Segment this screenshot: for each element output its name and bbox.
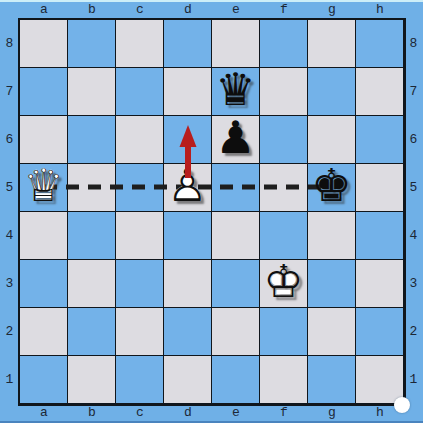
square-d7[interactable] xyxy=(164,68,212,116)
piece-black-queen[interactable]: ♛ xyxy=(212,68,259,115)
square-e4[interactable] xyxy=(212,212,260,260)
square-c1[interactable] xyxy=(116,356,164,404)
square-a4[interactable] xyxy=(20,212,68,260)
square-b6[interactable] xyxy=(68,116,116,164)
square-h1[interactable] xyxy=(356,356,404,404)
square-h8[interactable] xyxy=(356,20,404,68)
file-label-b: b xyxy=(68,405,116,421)
square-d1[interactable] xyxy=(164,356,212,404)
square-e5[interactable] xyxy=(212,164,260,212)
square-h4[interactable] xyxy=(356,212,404,260)
rank-label-6: 6 xyxy=(2,116,17,164)
square-a6[interactable] xyxy=(20,116,68,164)
square-b8[interactable] xyxy=(68,20,116,68)
square-b3[interactable] xyxy=(68,260,116,308)
square-f6[interactable] xyxy=(260,116,308,164)
square-e1[interactable] xyxy=(212,356,260,404)
rank-labels-left: 87654321 xyxy=(2,20,17,404)
piece-white-king[interactable]: ♚♔ xyxy=(260,260,307,307)
white-king-outline: ♔ xyxy=(260,258,307,306)
rank-label-8: 8 xyxy=(406,20,421,68)
square-c3[interactable] xyxy=(116,260,164,308)
square-a8[interactable] xyxy=(20,20,68,68)
piece-black-king[interactable]: ♚ xyxy=(308,164,355,211)
square-e2[interactable] xyxy=(212,308,260,356)
file-labels-top: abcdefgh xyxy=(20,2,404,18)
file-labels-bottom: abcdefgh xyxy=(20,405,404,421)
rank-label-2: 2 xyxy=(2,308,17,356)
rank-label-1: 1 xyxy=(2,356,17,404)
square-h5[interactable] xyxy=(356,164,404,212)
square-c5[interactable] xyxy=(116,164,164,212)
square-d6[interactable] xyxy=(164,116,212,164)
square-d5[interactable]: ♟♙ xyxy=(164,164,212,212)
square-h3[interactable] xyxy=(356,260,404,308)
square-g4[interactable] xyxy=(308,212,356,260)
file-label-e: e xyxy=(212,405,260,421)
rank-label-4: 4 xyxy=(406,212,421,260)
file-label-c: c xyxy=(116,2,164,18)
square-b5[interactable] xyxy=(68,164,116,212)
file-label-g: g xyxy=(308,2,356,18)
square-g7[interactable] xyxy=(308,68,356,116)
rank-label-1: 1 xyxy=(406,356,421,404)
square-h2[interactable] xyxy=(356,308,404,356)
square-h7[interactable] xyxy=(356,68,404,116)
square-c8[interactable] xyxy=(116,20,164,68)
rank-label-2: 2 xyxy=(406,308,421,356)
square-g2[interactable] xyxy=(308,308,356,356)
square-d8[interactable] xyxy=(164,20,212,68)
square-a3[interactable] xyxy=(20,260,68,308)
square-f1[interactable] xyxy=(260,356,308,404)
square-g5[interactable]: ♚ xyxy=(308,164,356,212)
white-queen-outline: ♕ xyxy=(20,162,67,210)
square-b7[interactable] xyxy=(68,68,116,116)
square-b4[interactable] xyxy=(68,212,116,260)
black-queen-glyph: ♛ xyxy=(212,66,259,114)
square-c2[interactable] xyxy=(116,308,164,356)
square-c4[interactable] xyxy=(116,212,164,260)
white-pawn-outline: ♙ xyxy=(164,162,211,210)
square-a1[interactable] xyxy=(20,356,68,404)
square-e3[interactable] xyxy=(212,260,260,308)
rank-label-7: 7 xyxy=(406,68,421,116)
square-d2[interactable] xyxy=(164,308,212,356)
square-a5[interactable]: ♛♕ xyxy=(20,164,68,212)
rank-label-8: 8 xyxy=(2,20,17,68)
rank-label-3: 3 xyxy=(406,260,421,308)
rank-label-4: 4 xyxy=(2,212,17,260)
square-c6[interactable] xyxy=(116,116,164,164)
file-label-d: d xyxy=(164,2,212,18)
side-to-move-indicator xyxy=(394,397,410,413)
rank-labels-right: 87654321 xyxy=(406,20,421,404)
chess-diagram: abcdefgh abcdefgh 87654321 87654321 ♛♟♛♕… xyxy=(0,0,423,423)
square-b2[interactable] xyxy=(68,308,116,356)
square-f5[interactable] xyxy=(260,164,308,212)
file-label-c: c xyxy=(116,405,164,421)
square-g6[interactable] xyxy=(308,116,356,164)
square-g3[interactable] xyxy=(308,260,356,308)
file-label-d: d xyxy=(164,405,212,421)
rank-label-5: 5 xyxy=(2,164,17,212)
square-f3[interactable]: ♚♔ xyxy=(260,260,308,308)
rank-label-6: 6 xyxy=(406,116,421,164)
square-f7[interactable] xyxy=(260,68,308,116)
square-f4[interactable] xyxy=(260,212,308,260)
chess-board: ♛♟♛♕♟♙♚♚♔ xyxy=(18,18,406,406)
square-a7[interactable] xyxy=(20,68,68,116)
file-label-g: g xyxy=(308,405,356,421)
square-b1[interactable] xyxy=(68,356,116,404)
rank-label-3: 3 xyxy=(2,260,17,308)
square-e8[interactable] xyxy=(212,20,260,68)
file-label-e: e xyxy=(212,2,260,18)
file-label-f: f xyxy=(260,2,308,18)
piece-white-pawn[interactable]: ♟♙ xyxy=(164,164,211,211)
piece-white-queen[interactable]: ♛♕ xyxy=(20,164,67,211)
black-king-glyph: ♚ xyxy=(308,162,355,210)
file-label-a: a xyxy=(20,405,68,421)
file-label-a: a xyxy=(20,2,68,18)
rank-label-5: 5 xyxy=(406,164,421,212)
file-label-b: b xyxy=(68,2,116,18)
square-g8[interactable] xyxy=(308,20,356,68)
square-g1[interactable] xyxy=(308,356,356,404)
square-e7[interactable]: ♛ xyxy=(212,68,260,116)
square-h6[interactable] xyxy=(356,116,404,164)
square-d4[interactable] xyxy=(164,212,212,260)
square-a2[interactable] xyxy=(20,308,68,356)
rank-label-7: 7 xyxy=(2,68,17,116)
file-label-h: h xyxy=(356,2,404,18)
black-pawn-glyph: ♟ xyxy=(212,114,259,162)
square-f8[interactable] xyxy=(260,20,308,68)
square-c7[interactable] xyxy=(116,68,164,116)
square-f2[interactable] xyxy=(260,308,308,356)
square-d3[interactable] xyxy=(164,260,212,308)
file-label-f: f xyxy=(260,405,308,421)
square-e6[interactable]: ♟ xyxy=(212,116,260,164)
piece-black-pawn[interactable]: ♟ xyxy=(212,116,259,163)
